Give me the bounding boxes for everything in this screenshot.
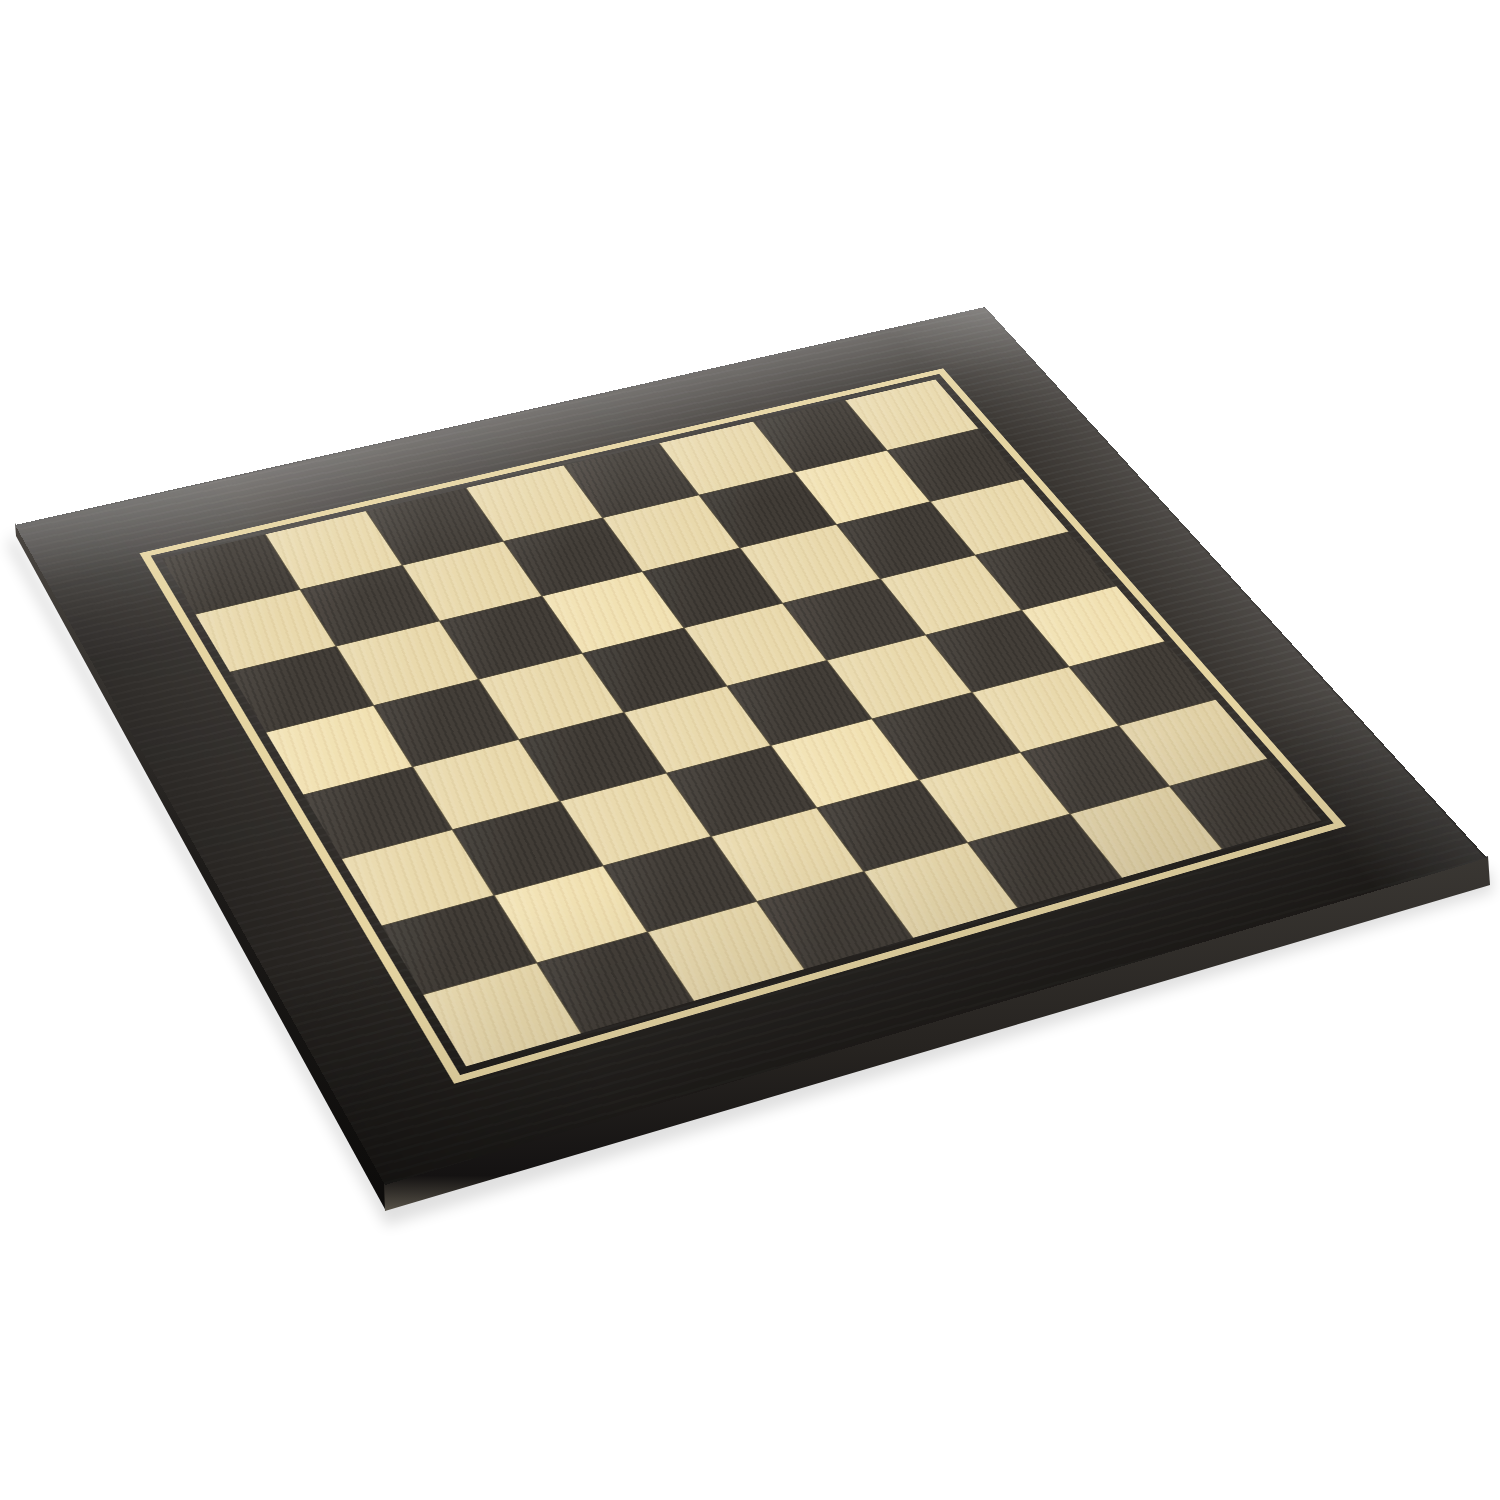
product-photo-scene	[0, 0, 1500, 1500]
